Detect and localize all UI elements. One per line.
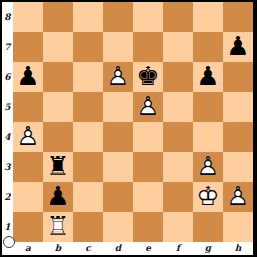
square-e4[interactable] [133,122,163,152]
square-f4[interactable] [163,122,193,152]
chess-board: ♟♟♟♙♚♟♟♙♟♙♜♟♙♟♚♔♟♙♜♖ [13,2,253,242]
square-h1[interactable] [223,212,253,242]
square-f3[interactable] [163,152,193,182]
chess-diagram: ♟♟♟♙♚♟♟♙♟♙♜♟♙♟♚♔♟♙♜♖ 87654321 abcdefgh [0,0,257,257]
square-g5[interactable] [193,92,223,122]
file-label-a: a [13,242,43,254]
rank-label-3: 3 [2,152,13,182]
square-f8[interactable] [163,2,193,32]
piece-outline-layer: ♖ [43,212,73,242]
white-pawn-icon[interactable]: ♟♙ [13,122,43,152]
square-g8[interactable] [193,2,223,32]
black-pawn-icon[interactable]: ♟ [193,62,223,92]
square-a8[interactable] [13,2,43,32]
square-a5[interactable] [13,92,43,122]
square-d8[interactable] [103,2,133,32]
square-e7[interactable] [133,32,163,62]
square-c4[interactable] [73,122,103,152]
piece-glyph: ♜ [43,152,73,182]
square-e3[interactable] [133,152,163,182]
piece-outline-layer: ♙ [223,182,253,212]
square-b5[interactable] [43,92,73,122]
square-c7[interactable] [73,32,103,62]
square-e8[interactable] [133,2,163,32]
square-d5[interactable] [103,92,133,122]
file-label-g: g [193,242,223,254]
square-b3[interactable]: ♜ [43,152,73,182]
white-pawn-icon[interactable]: ♟♙ [223,182,253,212]
square-f1[interactable] [163,212,193,242]
square-a2[interactable] [13,182,43,212]
square-h4[interactable] [223,122,253,152]
piece-glyph: ♟ [13,62,43,92]
square-c1[interactable] [73,212,103,242]
square-a1[interactable] [13,212,43,242]
square-h6[interactable] [223,62,253,92]
white-king-icon[interactable]: ♚♔ [193,182,223,212]
file-label-d: d [103,242,133,254]
square-c8[interactable] [73,2,103,32]
square-b4[interactable] [43,122,73,152]
piece-outline-layer: ♔ [193,182,223,212]
square-h2[interactable]: ♟♙ [223,182,253,212]
piece-outline-layer: ♙ [133,92,163,122]
square-h3[interactable] [223,152,253,182]
square-g1[interactable] [193,212,223,242]
piece-glyph: ♟ [193,62,223,92]
square-e5[interactable]: ♟♙ [133,92,163,122]
file-label-h: h [223,242,253,254]
piece-glyph: ♚ [133,62,163,92]
white-pawn-icon[interactable]: ♟♙ [193,152,223,182]
rank-label-2: 2 [2,182,13,212]
rank-label-5: 5 [2,92,13,122]
piece-glyph: ♟ [43,182,73,212]
square-d3[interactable] [103,152,133,182]
square-e6[interactable]: ♚ [133,62,163,92]
black-rook-icon[interactable]: ♜ [43,152,73,182]
white-rook-icon[interactable]: ♜♖ [43,212,73,242]
rank-label-8: 8 [2,2,13,32]
square-f6[interactable] [163,62,193,92]
square-a3[interactable] [13,152,43,182]
white-to-move-indicator-icon [3,236,15,248]
square-c2[interactable] [73,182,103,212]
file-label-b: b [43,242,73,254]
square-g6[interactable]: ♟ [193,62,223,92]
black-pawn-icon[interactable]: ♟ [43,182,73,212]
square-h5[interactable] [223,92,253,122]
black-pawn-icon[interactable]: ♟ [13,62,43,92]
file-label-f: f [163,242,193,254]
square-c3[interactable] [73,152,103,182]
square-d2[interactable] [103,182,133,212]
square-g2[interactable]: ♚♔ [193,182,223,212]
square-c5[interactable] [73,92,103,122]
square-h8[interactable] [223,2,253,32]
square-g4[interactable] [193,122,223,152]
square-e1[interactable] [133,212,163,242]
piece-outline-layer: ♙ [103,62,133,92]
square-g7[interactable] [193,32,223,62]
rank-label-7: 7 [2,32,13,62]
square-h7[interactable]: ♟ [223,32,253,62]
square-b6[interactable] [43,62,73,92]
square-a4[interactable]: ♟♙ [13,122,43,152]
piece-outline-layer: ♙ [13,122,43,152]
black-pawn-icon[interactable]: ♟ [223,32,253,62]
square-f5[interactable] [163,92,193,122]
file-label-e: e [133,242,163,254]
square-b2[interactable]: ♟ [43,182,73,212]
white-pawn-icon[interactable]: ♟♙ [103,62,133,92]
piece-outline-layer: ♙ [193,152,223,182]
square-f7[interactable] [163,32,193,62]
square-f2[interactable] [163,182,193,212]
square-c6[interactable] [73,62,103,92]
square-a6[interactable]: ♟ [13,62,43,92]
square-e2[interactable] [133,182,163,212]
piece-glyph: ♟ [223,32,253,62]
square-d6[interactable]: ♟♙ [103,62,133,92]
square-b1[interactable]: ♜♖ [43,212,73,242]
square-d1[interactable] [103,212,133,242]
white-pawn-icon[interactable]: ♟♙ [133,92,163,122]
square-b7[interactable] [43,32,73,62]
file-label-c: c [73,242,103,254]
square-a7[interactable] [13,32,43,62]
rank-label-6: 6 [2,62,13,92]
square-b8[interactable] [43,2,73,32]
square-g3[interactable]: ♟♙ [193,152,223,182]
square-d4[interactable] [103,122,133,152]
rank-label-4: 4 [2,122,13,152]
black-king-icon[interactable]: ♚ [133,62,163,92]
square-d7[interactable] [103,32,133,62]
